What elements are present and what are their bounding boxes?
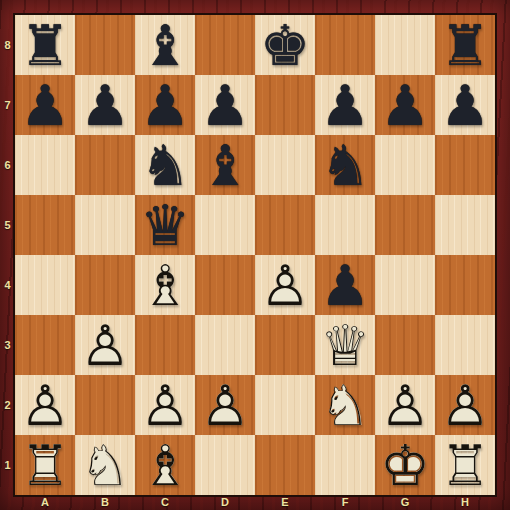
square-a2[interactable]: ♟♙ xyxy=(15,375,75,435)
square-d8[interactable] xyxy=(195,15,255,75)
square-d1[interactable] xyxy=(195,435,255,495)
white-pawn-icon[interactable]: ♟♙ xyxy=(375,375,435,435)
square-a1[interactable]: ♜♖ xyxy=(15,435,75,495)
black-pawn-icon[interactable]: ♟ xyxy=(195,75,255,135)
square-h2[interactable]: ♟♙ xyxy=(435,375,495,435)
white-queen-icon[interactable]: ♛♕ xyxy=(315,315,375,375)
white-knight-icon[interactable]: ♞♘ xyxy=(75,435,135,495)
square-c6[interactable]: ♞ xyxy=(135,135,195,195)
square-e3[interactable] xyxy=(255,315,315,375)
piece-fill-glyph: ♞ xyxy=(315,135,375,195)
square-g7[interactable]: ♟ xyxy=(375,75,435,135)
piece-fill-glyph: ♟ xyxy=(315,255,375,315)
black-pawn-icon[interactable]: ♟ xyxy=(135,75,195,135)
square-b6[interactable] xyxy=(75,135,135,195)
square-e6[interactable] xyxy=(255,135,315,195)
square-h5[interactable] xyxy=(435,195,495,255)
piece-outline-glyph: ♘ xyxy=(315,375,375,435)
piece-outline-glyph: ♔ xyxy=(375,435,435,495)
square-c7[interactable]: ♟ xyxy=(135,75,195,135)
square-f2[interactable]: ♞♘ xyxy=(315,375,375,435)
square-e7[interactable] xyxy=(255,75,315,135)
square-d3[interactable] xyxy=(195,315,255,375)
square-f3[interactable]: ♛♕ xyxy=(315,315,375,375)
file-label-c: C xyxy=(135,495,195,510)
rank-label-3: 3 xyxy=(0,315,15,375)
file-label-b: B xyxy=(75,495,135,510)
square-e8[interactable]: ♚ xyxy=(255,15,315,75)
rank-label-1: 1 xyxy=(0,435,15,495)
square-c5[interactable]: ♛ xyxy=(135,195,195,255)
square-e5[interactable] xyxy=(255,195,315,255)
square-b7[interactable]: ♟ xyxy=(75,75,135,135)
piece-fill-glyph: ♟ xyxy=(375,75,435,135)
file-label-a: A xyxy=(15,495,75,510)
rank-label-7: 7 xyxy=(0,75,15,135)
black-pawn-icon[interactable]: ♟ xyxy=(375,75,435,135)
white-pawn-icon[interactable]: ♟♙ xyxy=(255,255,315,315)
square-g5[interactable] xyxy=(375,195,435,255)
square-c8[interactable]: ♝ xyxy=(135,15,195,75)
piece-outline-glyph: ♖ xyxy=(15,435,75,495)
square-a4[interactable] xyxy=(15,255,75,315)
square-h4[interactable] xyxy=(435,255,495,315)
square-e4[interactable]: ♟♙ xyxy=(255,255,315,315)
piece-outline-glyph: ♙ xyxy=(135,375,195,435)
square-d5[interactable] xyxy=(195,195,255,255)
square-f6[interactable]: ♞ xyxy=(315,135,375,195)
piece-fill-glyph: ♟ xyxy=(135,75,195,135)
piece-fill-glyph: ♛ xyxy=(135,195,195,255)
black-queen-icon[interactable]: ♛ xyxy=(135,195,195,255)
square-a8[interactable]: ♜ xyxy=(15,15,75,75)
black-pawn-icon[interactable]: ♟ xyxy=(75,75,135,135)
piece-outline-glyph: ♙ xyxy=(15,375,75,435)
square-a5[interactable] xyxy=(15,195,75,255)
square-e2[interactable] xyxy=(255,375,315,435)
piece-outline-glyph: ♙ xyxy=(375,375,435,435)
white-bishop-icon[interactable]: ♝♗ xyxy=(135,435,195,495)
square-d4[interactable] xyxy=(195,255,255,315)
black-bishop-icon[interactable]: ♝ xyxy=(195,135,255,195)
piece-outline-glyph: ♖ xyxy=(435,435,495,495)
piece-fill-glyph: ♟ xyxy=(315,75,375,135)
black-rook-icon[interactable]: ♜ xyxy=(435,15,495,75)
white-pawn-icon[interactable]: ♟♙ xyxy=(15,375,75,435)
white-knight-icon[interactable]: ♞♘ xyxy=(315,375,375,435)
black-pawn-icon[interactable]: ♟ xyxy=(315,255,375,315)
square-a7[interactable]: ♟ xyxy=(15,75,75,135)
square-b5[interactable] xyxy=(75,195,135,255)
piece-fill-glyph: ♞ xyxy=(135,135,195,195)
piece-outline-glyph: ♕ xyxy=(315,315,375,375)
rank-label-4: 4 xyxy=(0,255,15,315)
black-rook-icon[interactable]: ♜ xyxy=(15,15,75,75)
piece-outline-glyph: ♗ xyxy=(135,255,195,315)
black-knight-icon[interactable]: ♞ xyxy=(315,135,375,195)
square-g4[interactable] xyxy=(375,255,435,315)
file-label-h: H xyxy=(435,495,495,510)
square-d2[interactable]: ♟♙ xyxy=(195,375,255,435)
rank-label-8: 8 xyxy=(0,15,15,75)
square-h7[interactable]: ♟ xyxy=(435,75,495,135)
white-rook-icon[interactable]: ♜♖ xyxy=(15,435,75,495)
square-d6[interactable]: ♝ xyxy=(195,135,255,195)
white-pawn-icon[interactable]: ♟♙ xyxy=(435,375,495,435)
piece-outline-glyph: ♗ xyxy=(135,435,195,495)
square-e1[interactable] xyxy=(255,435,315,495)
piece-fill-glyph: ♝ xyxy=(135,15,195,75)
piece-fill-glyph: ♜ xyxy=(435,15,495,75)
square-b3[interactable]: ♟♙ xyxy=(75,315,135,375)
piece-fill-glyph: ♟ xyxy=(75,75,135,135)
square-f1[interactable] xyxy=(315,435,375,495)
piece-fill-glyph: ♚ xyxy=(255,15,315,75)
square-b8[interactable] xyxy=(75,15,135,75)
square-g1[interactable]: ♚♔ xyxy=(375,435,435,495)
square-g2[interactable]: ♟♙ xyxy=(375,375,435,435)
square-h3[interactable] xyxy=(435,315,495,375)
square-f5[interactable] xyxy=(315,195,375,255)
piece-outline-glyph: ♘ xyxy=(75,435,135,495)
white-pawn-icon[interactable]: ♟♙ xyxy=(75,315,135,375)
white-bishop-icon[interactable]: ♝♗ xyxy=(135,255,195,315)
rank-label-2: 2 xyxy=(0,375,15,435)
white-pawn-icon[interactable]: ♟♙ xyxy=(195,375,255,435)
square-a3[interactable] xyxy=(15,315,75,375)
square-f4[interactable]: ♟ xyxy=(315,255,375,315)
square-a6[interactable] xyxy=(15,135,75,195)
square-g8[interactable] xyxy=(375,15,435,75)
piece-outline-glyph: ♙ xyxy=(75,315,135,375)
square-h1[interactable]: ♜♖ xyxy=(435,435,495,495)
square-c3[interactable] xyxy=(135,315,195,375)
black-pawn-icon[interactable]: ♟ xyxy=(315,75,375,135)
white-king-icon[interactable]: ♚♔ xyxy=(375,435,435,495)
black-knight-icon[interactable]: ♞ xyxy=(135,135,195,195)
square-c1[interactable]: ♝♗ xyxy=(135,435,195,495)
white-pawn-icon[interactable]: ♟♙ xyxy=(135,375,195,435)
piece-fill-glyph: ♜ xyxy=(15,15,75,75)
square-f8[interactable] xyxy=(315,15,375,75)
square-d7[interactable]: ♟ xyxy=(195,75,255,135)
square-c4[interactable]: ♝♗ xyxy=(135,255,195,315)
square-g3[interactable] xyxy=(375,315,435,375)
rank-label-5: 5 xyxy=(0,195,15,255)
square-h8[interactable]: ♜ xyxy=(435,15,495,75)
piece-fill-glyph: ♟ xyxy=(15,75,75,135)
square-b4[interactable] xyxy=(75,255,135,315)
chess-board: ♜♝♚♜♟♟♟♟♟♟♟♞♝♞♛♝♗♟♙♟♟♙♛♕♟♙♟♙♟♙♞♘♟♙♟♙♜♖♞♘… xyxy=(15,15,495,495)
rank-label-6: 6 xyxy=(0,135,15,195)
piece-fill-glyph: ♟ xyxy=(195,75,255,135)
piece-outline-glyph: ♙ xyxy=(255,255,315,315)
square-g6[interactable] xyxy=(375,135,435,195)
black-pawn-icon[interactable]: ♟ xyxy=(15,75,75,135)
piece-outline-glyph: ♙ xyxy=(435,375,495,435)
square-h6[interactable] xyxy=(435,135,495,195)
board-frame: ♜♝♚♜♟♟♟♟♟♟♟♞♝♞♛♝♗♟♙♟♟♙♛♕♟♙♟♙♟♙♞♘♟♙♟♙♜♖♞♘… xyxy=(0,0,510,510)
file-label-g: G xyxy=(375,495,435,510)
black-bishop-icon[interactable]: ♝ xyxy=(135,15,195,75)
file-label-f: F xyxy=(315,495,375,510)
file-label-d: D xyxy=(195,495,255,510)
white-rook-icon[interactable]: ♜♖ xyxy=(435,435,495,495)
black-king-icon[interactable]: ♚ xyxy=(255,15,315,75)
piece-fill-glyph: ♝ xyxy=(195,135,255,195)
square-c2[interactable]: ♟♙ xyxy=(135,375,195,435)
square-b1[interactable]: ♞♘ xyxy=(75,435,135,495)
file-label-e: E xyxy=(255,495,315,510)
piece-outline-glyph: ♙ xyxy=(195,375,255,435)
piece-fill-glyph: ♟ xyxy=(435,75,495,135)
square-f7[interactable]: ♟ xyxy=(315,75,375,135)
black-pawn-icon[interactable]: ♟ xyxy=(435,75,495,135)
square-b2[interactable] xyxy=(75,375,135,435)
